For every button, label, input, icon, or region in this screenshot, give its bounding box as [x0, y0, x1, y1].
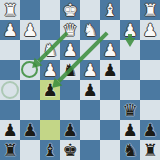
square-e6[interactable] — [60, 100, 80, 120]
square-f2[interactable] — [40, 20, 60, 40]
piece-white-pawn[interactable]: ♟ — [100, 40, 120, 60]
square-h1[interactable]: ♜ — [0, 0, 20, 20]
square-e2[interactable]: ♛ — [60, 20, 80, 40]
piece-black-rook[interactable]: ♜ — [140, 140, 160, 160]
piece-black-king[interactable]: ♚ — [60, 140, 80, 160]
piece-white-queen[interactable]: ♛ — [60, 20, 80, 40]
square-d2[interactable]: ♞ — [80, 20, 100, 40]
piece-black-pawn[interactable]: ♟ — [80, 80, 100, 100]
square-h6[interactable] — [0, 100, 20, 120]
square-c8[interactable] — [100, 140, 120, 160]
square-d1[interactable] — [80, 0, 100, 20]
square-g4[interactable] — [20, 60, 40, 80]
square-f8[interactable]: ♝ — [40, 140, 60, 160]
square-c5[interactable] — [100, 80, 120, 100]
piece-white-rook[interactable]: ♜ — [140, 0, 160, 20]
square-f7[interactable] — [40, 120, 60, 140]
square-d7[interactable] — [80, 120, 100, 140]
square-b2[interactable]: ♟ — [120, 20, 140, 40]
piece-white-knight[interactable]: ♞ — [80, 20, 100, 40]
square-e4[interactable]: ♞ — [60, 60, 80, 80]
piece-white-pawn[interactable]: ♟ — [20, 20, 40, 40]
square-d4[interactable]: ♟ — [80, 60, 100, 80]
square-h4[interactable] — [0, 60, 20, 80]
square-b6[interactable]: ♛ — [120, 100, 140, 120]
piece-black-pawn[interactable]: ♟ — [120, 120, 140, 140]
square-e1[interactable]: ♚ — [60, 0, 80, 20]
square-c3[interactable]: ♟ — [100, 40, 120, 60]
piece-white-bishop[interactable]: ♝ — [100, 0, 120, 20]
square-g7[interactable]: ♟ — [20, 120, 40, 140]
chess-board: ♜♚♝♜♟♟♛♞♟♟♞♟♟♟♞♟♟♟♟♛♟♟♟♟♟♜♝♚♞♜ — [0, 0, 160, 160]
square-f1[interactable] — [40, 0, 60, 20]
piece-white-pawn[interactable]: ♟ — [80, 60, 100, 80]
square-g3[interactable] — [20, 40, 40, 60]
square-c7[interactable] — [100, 120, 120, 140]
square-d5[interactable]: ♟ — [80, 80, 100, 100]
piece-black-pawn[interactable]: ♟ — [140, 120, 160, 140]
piece-white-pawn[interactable]: ♟ — [120, 20, 140, 40]
square-a5[interactable] — [140, 80, 160, 100]
square-a1[interactable]: ♜ — [140, 0, 160, 20]
square-b8[interactable]: ♞ — [120, 140, 140, 160]
square-g8[interactable] — [20, 140, 40, 160]
piece-white-knight[interactable]: ♞ — [40, 40, 60, 60]
square-b4[interactable] — [120, 60, 140, 80]
piece-white-pawn[interactable]: ♟ — [0, 20, 20, 40]
square-h5[interactable] — [0, 80, 20, 100]
piece-white-king[interactable]: ♚ — [60, 0, 80, 20]
square-d3[interactable] — [80, 40, 100, 60]
square-b3[interactable] — [120, 40, 140, 60]
square-h8[interactable]: ♜ — [0, 140, 20, 160]
piece-black-bishop[interactable]: ♝ — [40, 140, 60, 160]
square-g5[interactable] — [20, 80, 40, 100]
piece-white-pawn[interactable]: ♟ — [60, 40, 80, 60]
square-c1[interactable]: ♝ — [100, 0, 120, 20]
piece-black-knight[interactable]: ♞ — [120, 140, 140, 160]
square-g1[interactable] — [20, 0, 40, 20]
piece-black-pawn[interactable]: ♟ — [40, 80, 60, 100]
square-a2[interactable]: ♟ — [140, 20, 160, 40]
square-h7[interactable]: ♟ — [0, 120, 20, 140]
square-b1[interactable] — [120, 0, 140, 20]
square-g6[interactable] — [20, 100, 40, 120]
square-a8[interactable]: ♜ — [140, 140, 160, 160]
square-g2[interactable]: ♟ — [20, 20, 40, 40]
square-c6[interactable] — [100, 100, 120, 120]
square-e8[interactable]: ♚ — [60, 140, 80, 160]
square-e5[interactable] — [60, 80, 80, 100]
piece-black-pawn[interactable]: ♟ — [100, 60, 120, 80]
piece-black-pawn[interactable]: ♟ — [20, 120, 40, 140]
square-e7[interactable]: ♟ — [60, 120, 80, 140]
square-c2[interactable] — [100, 20, 120, 40]
square-a4[interactable] — [140, 60, 160, 80]
piece-black-pawn[interactable]: ♟ — [60, 120, 80, 140]
square-f3[interactable]: ♞ — [40, 40, 60, 60]
square-e3[interactable]: ♟ — [60, 40, 80, 60]
piece-white-pawn[interactable]: ♟ — [40, 60, 60, 80]
square-f5[interactable]: ♟ — [40, 80, 60, 100]
square-a7[interactable]: ♟ — [140, 120, 160, 140]
piece-black-queen[interactable]: ♛ — [120, 100, 140, 120]
piece-white-rook[interactable]: ♜ — [0, 0, 20, 20]
square-h2[interactable]: ♟ — [0, 20, 20, 40]
piece-black-pawn[interactable]: ♟ — [0, 120, 20, 140]
square-h3[interactable] — [0, 40, 20, 60]
square-f4[interactable]: ♟ — [40, 60, 60, 80]
square-d6[interactable] — [80, 100, 100, 120]
square-f6[interactable] — [40, 100, 60, 120]
square-c4[interactable]: ♟ — [100, 60, 120, 80]
square-d8[interactable] — [80, 140, 100, 160]
piece-white-pawn[interactable]: ♟ — [140, 20, 160, 40]
chess-analysis-screenshot: ♜♚♝♜♟♟♛♞♟♟♞♟♟♟♞♟♟♟♟♛♟♟♟♟♟♜♝♚♞♜ — [0, 0, 160, 160]
square-b7[interactable]: ♟ — [120, 120, 140, 140]
piece-black-rook[interactable]: ♜ — [0, 140, 20, 160]
square-b5[interactable] — [120, 80, 140, 100]
piece-black-knight[interactable]: ♞ — [60, 60, 80, 80]
square-a3[interactable] — [140, 40, 160, 60]
square-a6[interactable] — [140, 100, 160, 120]
